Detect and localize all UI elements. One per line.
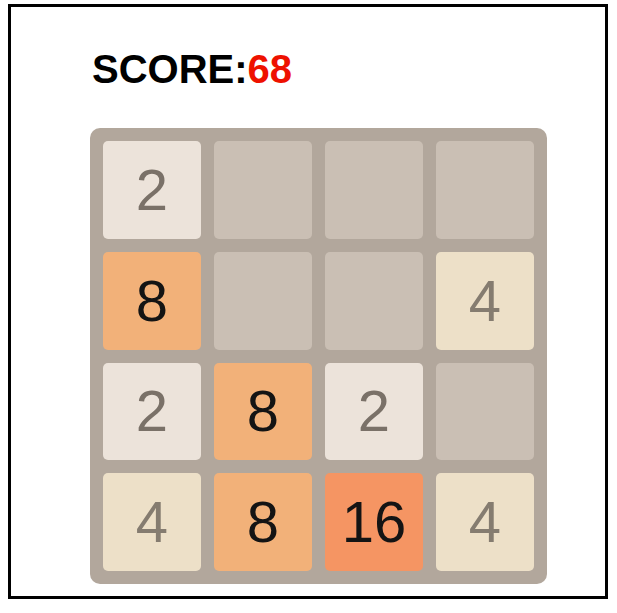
cell-r1c3: 4 [436,252,534,350]
cell-r2c3 [436,363,534,461]
cell-r1c0: 8 [103,252,201,350]
cell-r2c0: 2 [103,363,201,461]
cell-r0c1 [214,141,312,239]
cell-r2c2: 2 [325,363,423,461]
score-value: 68 [248,47,293,91]
cell-r3c2: 16 [325,473,423,571]
cell-r3c0: 4 [103,473,201,571]
cell-r0c2 [325,141,423,239]
cell-r3c3: 4 [436,473,534,571]
score-display: SCORE:68 [92,47,292,92]
cell-r1c2 [325,252,423,350]
score-label: SCORE: [92,47,248,91]
cell-r0c3 [436,141,534,239]
cell-r1c1 [214,252,312,350]
cell-r3c1: 8 [214,473,312,571]
game-board-2048[interactable]: 2 8 4 2 8 2 4 8 16 4 [90,128,547,584]
cell-r0c0: 2 [103,141,201,239]
cell-r2c1: 8 [214,363,312,461]
